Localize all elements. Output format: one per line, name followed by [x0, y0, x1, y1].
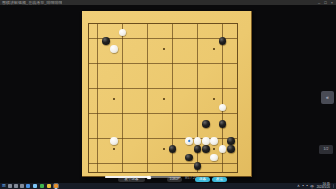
black-stone: [102, 37, 110, 45]
black-stone: [219, 120, 227, 128]
start-button[interactable]: ⊞: [2, 183, 6, 189]
white-stone: [219, 145, 227, 153]
player-action-button[interactable]: 发送: [212, 177, 227, 182]
taskbar-app-edge-browser[interactable]: [26, 184, 30, 188]
tray-chevron-icon[interactable]: ∧: [297, 183, 300, 189]
taskbar-clock[interactable]: 16:35 2024/5/20: [317, 183, 330, 189]
last-move-marker: [188, 139, 191, 142]
clock-date: 2024/5/20: [317, 186, 330, 189]
black-stone: [202, 120, 210, 128]
white-stone: [210, 137, 218, 145]
video-area: 85 / 210 « 1/2: [0, 5, 336, 183]
black-stone: [227, 145, 235, 153]
taskbar: ⊞ ∧ ▪ ▪ 中 16:35 2024/5/20: [0, 183, 336, 189]
hoshi-point: [163, 148, 165, 150]
go-board-grid: [88, 23, 238, 173]
taskbar-app-go-app[interactable]: [54, 184, 58, 188]
white-stone: [119, 29, 127, 37]
black-stone: [202, 145, 210, 153]
white-stone: [185, 137, 193, 145]
widgets-icon[interactable]: [20, 184, 24, 188]
screen: { "window": { "title": "围棋讲解视频_在线播放_哔哩哔哩…: [0, 0, 336, 189]
white-stone: [219, 104, 227, 112]
side-panel-toggle[interactable]: «: [321, 91, 334, 104]
black-stone: [194, 145, 202, 153]
hoshi-point: [213, 148, 215, 150]
taskbar-left: ⊞: [0, 183, 58, 189]
language-indicator[interactable]: 中: [310, 184, 314, 189]
white-stone: [194, 137, 202, 145]
taskbar-apps: [26, 184, 58, 188]
show-desktop-button[interactable]: [333, 184, 335, 188]
white-stone: [110, 45, 118, 53]
taskbar-app-green-app[interactable]: [40, 184, 44, 188]
hoshi-point: [113, 98, 115, 100]
player-option-pill[interactable]: 1080P: [167, 177, 182, 182]
system-icons: [8, 184, 24, 188]
network-icon[interactable]: ▪: [306, 183, 307, 189]
hoshi-point: [213, 98, 215, 100]
white-stone: [202, 137, 210, 145]
hoshi-point: [163, 98, 165, 100]
volume-icon[interactable]: ▪: [303, 183, 304, 189]
hoshi-point: [163, 48, 165, 50]
black-stone: [169, 145, 177, 153]
search-icon[interactable]: [8, 184, 12, 188]
go-board[interactable]: [82, 11, 252, 177]
taskbar-tray: ∧ ▪ ▪ 中 16:35 2024/5/20: [297, 183, 336, 189]
player-action-button[interactable]: 弹幕: [195, 177, 210, 182]
hoshi-point: [213, 48, 215, 50]
taskbar-app-folder-app[interactable]: [47, 184, 51, 188]
black-stone: [227, 137, 235, 145]
hoshi-point: [113, 148, 115, 150]
white-stone: [210, 154, 218, 162]
black-stone: [185, 154, 193, 162]
white-stone: [110, 137, 118, 145]
black-stone: [219, 37, 227, 45]
black-stone: [194, 162, 202, 170]
side-page-counter: 1/2: [319, 145, 333, 154]
taskbar-app-file-explorer[interactable]: [33, 184, 37, 188]
player-option-pill[interactable]: 发个弹幕: [118, 177, 145, 182]
task-view-icon[interactable]: [14, 184, 18, 188]
